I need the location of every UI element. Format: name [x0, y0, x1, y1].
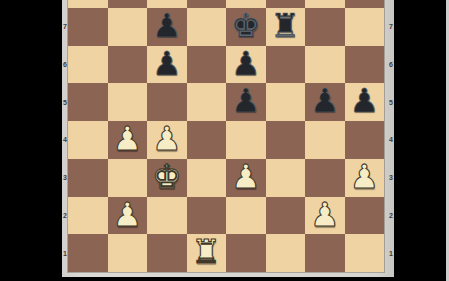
square-g1[interactable] [305, 234, 345, 272]
square-f2[interactable] [266, 197, 306, 235]
square-d6[interactable] [187, 46, 227, 84]
square-b4[interactable]: ♟ [108, 121, 148, 159]
square-d2[interactable] [187, 197, 227, 235]
square-c6[interactable]: ♟ [147, 46, 187, 84]
square-a2[interactable] [68, 197, 108, 235]
rank-labels-left: 7654321 [62, 0, 68, 277]
square-g2[interactable]: ♟ [305, 197, 345, 235]
square-f7[interactable]: ♜ [266, 8, 306, 46]
letterbox-left [0, 0, 62, 281]
square-h7[interactable] [345, 8, 385, 46]
square-a4[interactable] [68, 121, 108, 159]
square-a6[interactable] [68, 46, 108, 84]
square-e6[interactable]: ♟ [226, 46, 266, 84]
video-frame: ♟♚♜♟♟♟♟♟♟♟♚♟♟♟♟♜ 7654321 7654321 [0, 0, 449, 281]
rank-label-6: 6 [62, 46, 68, 84]
square-h3[interactable]: ♟ [345, 159, 385, 197]
square-b5[interactable] [108, 83, 148, 121]
black-pawn[interactable]: ♟ [152, 45, 182, 83]
rank-label-3: 3 [62, 159, 68, 197]
square-b2[interactable]: ♟ [108, 197, 148, 235]
square-e3[interactable]: ♟ [226, 159, 266, 197]
square-h2[interactable] [345, 197, 385, 235]
square-h4[interactable] [345, 121, 385, 159]
square-e7[interactable]: ♚ [226, 8, 266, 46]
square-d1[interactable]: ♜ [187, 234, 227, 272]
square-g7[interactable] [305, 8, 345, 46]
black-rook[interactable]: ♜ [270, 7, 300, 45]
square-a8[interactable] [68, 0, 108, 8]
square-d3[interactable] [187, 159, 227, 197]
square-g4[interactable] [305, 121, 345, 159]
white-rook[interactable]: ♜ [191, 233, 221, 271]
square-d5[interactable] [187, 83, 227, 121]
board-frame: ♟♚♜♟♟♟♟♟♟♟♚♟♟♟♟♜ 7654321 7654321 [62, 0, 394, 277]
square-f5[interactable] [266, 83, 306, 121]
square-a5[interactable] [68, 83, 108, 121]
square-e2[interactable] [226, 197, 266, 235]
white-pawn[interactable]: ♟ [112, 120, 142, 158]
white-pawn[interactable]: ♟ [349, 158, 379, 196]
square-f4[interactable] [266, 121, 306, 159]
black-pawn[interactable]: ♟ [310, 82, 340, 120]
square-h1[interactable] [345, 234, 385, 272]
letterbox-right [394, 0, 446, 281]
square-e1[interactable] [226, 234, 266, 272]
square-g5[interactable]: ♟ [305, 83, 345, 121]
black-king[interactable]: ♚ [231, 7, 261, 45]
square-b6[interactable] [108, 46, 148, 84]
square-d4[interactable] [187, 121, 227, 159]
square-c1[interactable] [147, 234, 187, 272]
square-h5[interactable]: ♟ [345, 83, 385, 121]
square-b8[interactable] [108, 0, 148, 8]
square-a3[interactable] [68, 159, 108, 197]
white-pawn[interactable]: ♟ [152, 120, 182, 158]
square-c2[interactable] [147, 197, 187, 235]
square-f6[interactable] [266, 46, 306, 84]
square-h6[interactable] [345, 46, 385, 84]
square-e4[interactable] [226, 121, 266, 159]
square-d8[interactable] [187, 0, 227, 8]
square-d7[interactable] [187, 8, 227, 46]
square-c3[interactable]: ♚ [147, 159, 187, 197]
square-a1[interactable] [68, 234, 108, 272]
square-g6[interactable] [305, 46, 345, 84]
square-b7[interactable] [108, 8, 148, 46]
white-pawn[interactable]: ♟ [310, 196, 340, 234]
chess-board[interactable]: ♟♚♜♟♟♟♟♟♟♟♚♟♟♟♟♜ [68, 0, 384, 272]
square-c7[interactable]: ♟ [147, 8, 187, 46]
black-pawn[interactable]: ♟ [231, 82, 261, 120]
white-pawn[interactable]: ♟ [112, 196, 142, 234]
rank-label-2: 2 [62, 197, 68, 235]
square-c5[interactable] [147, 83, 187, 121]
rank-label-5: 5 [62, 83, 68, 121]
square-e5[interactable]: ♟ [226, 83, 266, 121]
square-b1[interactable] [108, 234, 148, 272]
black-pawn[interactable]: ♟ [152, 7, 182, 45]
black-pawn[interactable]: ♟ [231, 45, 261, 83]
square-h8[interactable] [345, 0, 385, 8]
square-b3[interactable] [108, 159, 148, 197]
square-f1[interactable] [266, 234, 306, 272]
white-pawn[interactable]: ♟ [231, 158, 261, 196]
square-g8[interactable] [305, 0, 345, 8]
board-clip: ♟♚♜♟♟♟♟♟♟♟♚♟♟♟♟♜ [68, 0, 384, 272]
square-a7[interactable] [68, 8, 108, 46]
square-g3[interactable] [305, 159, 345, 197]
rank-label-4: 4 [62, 121, 68, 159]
square-c4[interactable]: ♟ [147, 121, 187, 159]
white-king[interactable]: ♚ [152, 158, 182, 196]
rank-label-1: 1 [62, 234, 68, 272]
square-f3[interactable] [266, 159, 306, 197]
black-pawn[interactable]: ♟ [349, 82, 379, 120]
rank-label-7: 7 [62, 8, 68, 46]
